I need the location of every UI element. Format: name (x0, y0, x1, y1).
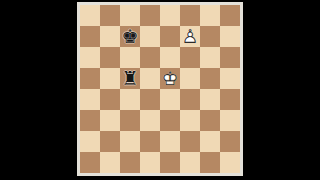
white-king-outline: ♔ (160, 68, 180, 89)
square-d8[interactable] (140, 5, 160, 26)
square-b3[interactable] (100, 110, 120, 131)
square-g1[interactable] (200, 152, 220, 173)
square-e4[interactable] (160, 89, 180, 110)
square-a4[interactable] (80, 89, 100, 110)
square-a8[interactable] (80, 5, 100, 26)
square-c4[interactable] (120, 89, 140, 110)
square-g6[interactable] (200, 47, 220, 68)
square-a3[interactable] (80, 110, 100, 131)
square-f2[interactable] (180, 131, 200, 152)
square-h4[interactable] (220, 89, 240, 110)
square-h7[interactable] (220, 26, 240, 47)
square-c1[interactable] (120, 152, 140, 173)
square-e8[interactable] (160, 5, 180, 26)
square-h6[interactable] (220, 47, 240, 68)
square-e6[interactable] (160, 47, 180, 68)
square-f3[interactable] (180, 110, 200, 131)
square-h2[interactable] (220, 131, 240, 152)
square-f6[interactable] (180, 47, 200, 68)
square-c6[interactable] (120, 47, 140, 68)
white-king-piece[interactable]: ♚♔ (160, 68, 180, 89)
square-c2[interactable] (120, 131, 140, 152)
black-king-glyph: ♚ (120, 26, 140, 47)
letterbox-background: ♚♟♙♜♚♔ (0, 0, 320, 180)
square-e7[interactable] (160, 26, 180, 47)
square-a5[interactable] (80, 68, 100, 89)
chess-board-frame: ♚♟♙♜♚♔ (77, 2, 243, 176)
square-a1[interactable] (80, 152, 100, 173)
square-g8[interactable] (200, 5, 220, 26)
square-b8[interactable] (100, 5, 120, 26)
black-rook-glyph: ♜ (120, 68, 140, 89)
chess-board: ♚♟♙♜♚♔ (80, 5, 240, 173)
square-g4[interactable] (200, 89, 220, 110)
square-g7[interactable] (200, 26, 220, 47)
square-c3[interactable] (120, 110, 140, 131)
square-g2[interactable] (200, 131, 220, 152)
square-c7[interactable]: ♚ (120, 26, 140, 47)
square-d4[interactable] (140, 89, 160, 110)
square-c5[interactable]: ♜ (120, 68, 140, 89)
square-d3[interactable] (140, 110, 160, 131)
square-h3[interactable] (220, 110, 240, 131)
black-king-piece[interactable]: ♚ (120, 26, 140, 47)
square-b4[interactable] (100, 89, 120, 110)
square-b1[interactable] (100, 152, 120, 173)
square-a7[interactable] (80, 26, 100, 47)
square-h1[interactable] (220, 152, 240, 173)
square-c8[interactable] (120, 5, 140, 26)
square-h5[interactable] (220, 68, 240, 89)
square-f4[interactable] (180, 89, 200, 110)
white-pawn-outline: ♙ (180, 26, 200, 47)
square-d7[interactable] (140, 26, 160, 47)
square-f5[interactable] (180, 68, 200, 89)
black-rook-piece[interactable]: ♜ (120, 68, 140, 89)
square-g3[interactable] (200, 110, 220, 131)
square-d5[interactable] (140, 68, 160, 89)
square-e2[interactable] (160, 131, 180, 152)
square-b7[interactable] (100, 26, 120, 47)
square-a2[interactable] (80, 131, 100, 152)
square-d6[interactable] (140, 47, 160, 68)
square-e1[interactable] (160, 152, 180, 173)
square-f8[interactable] (180, 5, 200, 26)
square-b6[interactable] (100, 47, 120, 68)
square-b5[interactable] (100, 68, 120, 89)
square-f1[interactable] (180, 152, 200, 173)
square-a6[interactable] (80, 47, 100, 68)
square-e5[interactable]: ♚♔ (160, 68, 180, 89)
square-b2[interactable] (100, 131, 120, 152)
square-h8[interactable] (220, 5, 240, 26)
square-d1[interactable] (140, 152, 160, 173)
square-e3[interactable] (160, 110, 180, 131)
square-f7[interactable]: ♟♙ (180, 26, 200, 47)
white-pawn-piece[interactable]: ♟♙ (180, 26, 200, 47)
square-d2[interactable] (140, 131, 160, 152)
square-g5[interactable] (200, 68, 220, 89)
